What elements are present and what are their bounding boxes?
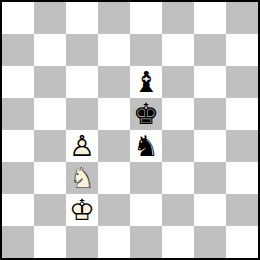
square-g7[interactable] [194,34,226,66]
square-b2[interactable] [34,194,66,226]
square-f2[interactable] [162,194,194,226]
square-g8[interactable] [194,2,226,34]
square-d3[interactable] [98,162,130,194]
square-a3[interactable] [2,162,34,194]
square-d2[interactable] [98,194,130,226]
square-f7[interactable] [162,34,194,66]
square-f8[interactable] [162,2,194,34]
square-g6[interactable] [194,66,226,98]
black-king-fill-glyph: ♚ [130,98,162,130]
square-e2[interactable] [130,194,162,226]
square-a5[interactable] [2,98,34,130]
piece-white-king[interactable]: ♚♔ [66,194,98,226]
square-c2[interactable]: ♚♔ [66,194,98,226]
square-d7[interactable] [98,34,130,66]
square-d6[interactable] [98,66,130,98]
square-b1[interactable] [34,226,66,258]
piece-black-bishop[interactable]: ♝ [130,66,162,98]
piece-black-knight[interactable]: ♞ [130,130,162,162]
square-a4[interactable] [2,130,34,162]
square-e8[interactable] [130,2,162,34]
square-h1[interactable] [226,226,258,258]
square-a1[interactable] [2,226,34,258]
square-h8[interactable] [226,2,258,34]
square-e7[interactable] [130,34,162,66]
square-b5[interactable] [34,98,66,130]
square-b7[interactable] [34,34,66,66]
square-f3[interactable] [162,162,194,194]
square-h4[interactable] [226,130,258,162]
square-g5[interactable] [194,98,226,130]
square-d8[interactable] [98,2,130,34]
square-e3[interactable] [130,162,162,194]
square-f1[interactable] [162,226,194,258]
square-f5[interactable] [162,98,194,130]
square-e1[interactable] [130,226,162,258]
square-a2[interactable] [2,194,34,226]
square-a8[interactable] [2,2,34,34]
square-d5[interactable] [98,98,130,130]
piece-white-knight[interactable]: ♞♘ [66,162,98,194]
square-h7[interactable] [226,34,258,66]
square-e5[interactable]: ♚ [130,98,162,130]
square-d4[interactable] [98,130,130,162]
square-h3[interactable] [226,162,258,194]
square-b6[interactable] [34,66,66,98]
square-f4[interactable] [162,130,194,162]
square-b3[interactable] [34,162,66,194]
square-h2[interactable] [226,194,258,226]
square-g3[interactable] [194,162,226,194]
white-king-outline-glyph: ♔ [66,194,98,226]
square-e6[interactable]: ♝ [130,66,162,98]
square-c7[interactable] [66,34,98,66]
chess-board: ♝♚♟♙♞♞♘♚♔ [2,2,258,258]
square-c4[interactable]: ♟♙ [66,130,98,162]
white-knight-outline-glyph: ♘ [66,162,98,194]
square-g1[interactable] [194,226,226,258]
square-a7[interactable] [2,34,34,66]
square-c1[interactable] [66,226,98,258]
board-frame: ♝♚♟♙♞♞♘♚♔ [0,0,260,260]
square-f6[interactable] [162,66,194,98]
square-b4[interactable] [34,130,66,162]
black-bishop-fill-glyph: ♝ [130,66,162,98]
square-c3[interactable]: ♞♘ [66,162,98,194]
piece-white-pawn[interactable]: ♟♙ [66,130,98,162]
square-h6[interactable] [226,66,258,98]
square-c8[interactable] [66,2,98,34]
white-pawn-outline-glyph: ♙ [66,130,98,162]
square-g4[interactable] [194,130,226,162]
square-g2[interactable] [194,194,226,226]
square-a6[interactable] [2,66,34,98]
square-h5[interactable] [226,98,258,130]
black-knight-fill-glyph: ♞ [130,130,162,162]
square-b8[interactable] [34,2,66,34]
square-d1[interactable] [98,226,130,258]
square-c6[interactable] [66,66,98,98]
piece-black-king[interactable]: ♚ [130,98,162,130]
square-c5[interactable] [66,98,98,130]
square-e4[interactable]: ♞ [130,130,162,162]
